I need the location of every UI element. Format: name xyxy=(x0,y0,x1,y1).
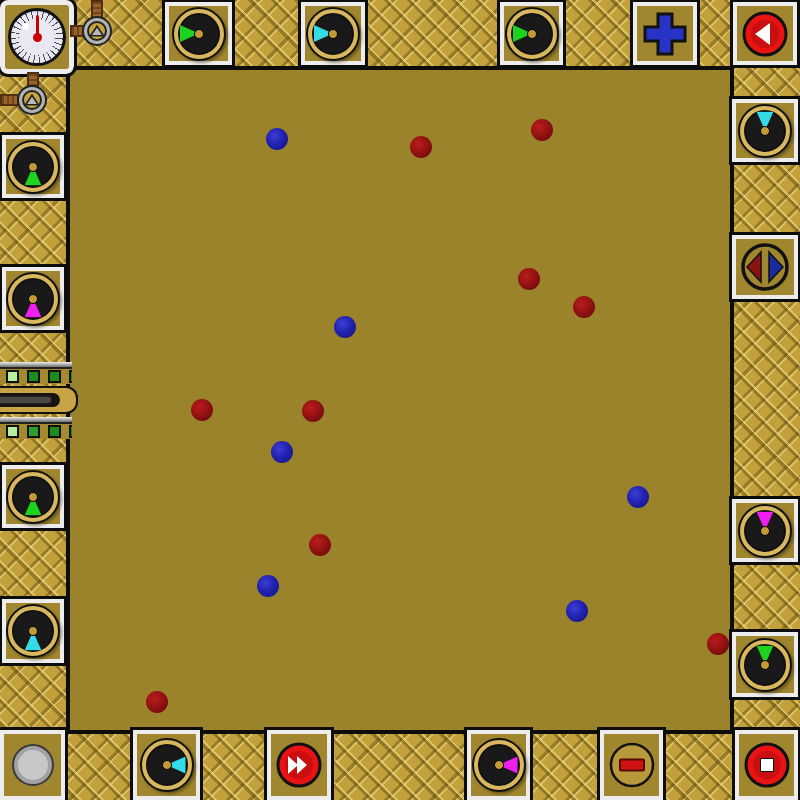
red-ball[interactable] xyxy=(146,691,168,713)
strip-band xyxy=(0,423,72,439)
dial-left-3-panel xyxy=(2,465,64,528)
pressure-gauge-panel xyxy=(0,0,74,74)
lever-rod-handle[interactable] xyxy=(0,396,52,404)
dial-hub xyxy=(328,29,338,39)
dial-top-3-knob[interactable] xyxy=(505,7,559,61)
valve-button-left[interactable] xyxy=(17,85,47,115)
back-button[interactable] xyxy=(741,10,789,58)
red-ball[interactable] xyxy=(302,400,324,422)
dial-hub xyxy=(760,526,770,536)
blue-ball[interactable] xyxy=(334,316,356,338)
indicator-square xyxy=(69,370,72,383)
dial-top-1-knob[interactable] xyxy=(172,7,226,61)
indicator-strip-top xyxy=(0,362,72,384)
dial-right-1-panel xyxy=(732,99,798,162)
minus-button-panel xyxy=(600,730,663,800)
indicator-square xyxy=(48,425,61,438)
blue-ball[interactable] xyxy=(627,486,649,508)
red-ball[interactable] xyxy=(531,119,553,141)
gauge-glint xyxy=(22,23,29,30)
dial-hub xyxy=(760,660,770,670)
left-right-button[interactable] xyxy=(740,242,790,292)
dial-bottom-2-panel xyxy=(467,730,530,800)
dial-hub xyxy=(28,626,38,636)
indicator-square xyxy=(69,425,72,438)
dial-bottom-1-panel xyxy=(133,730,200,800)
dial-left-1-panel xyxy=(2,135,64,198)
play-area xyxy=(66,66,734,734)
machine-frame xyxy=(0,0,800,800)
indicator-square xyxy=(6,370,19,383)
dial-top-1-panel xyxy=(165,2,232,65)
valve-button-top[interactable] xyxy=(82,16,112,46)
dial-right-2-knob[interactable] xyxy=(738,504,792,558)
red-ball[interactable] xyxy=(518,268,540,290)
lever-slider[interactable] xyxy=(0,386,78,414)
back-button-panel xyxy=(733,2,797,65)
red-ball[interactable] xyxy=(573,296,595,318)
dial-bottom-1-knob[interactable] xyxy=(140,738,194,792)
indicator-square xyxy=(27,370,40,383)
triangle-up-icon xyxy=(22,90,42,110)
blue-ball[interactable] xyxy=(257,575,279,597)
fast-forward-button[interactable] xyxy=(275,741,323,789)
blue-ball[interactable] xyxy=(266,128,288,150)
indicator-square xyxy=(27,425,40,438)
blue-ball[interactable] xyxy=(271,441,293,463)
blue-ball[interactable] xyxy=(566,600,588,622)
dial-hub xyxy=(527,29,537,39)
gray-circle-icon xyxy=(10,742,56,788)
left-right-button-panel xyxy=(732,235,798,299)
dial-left-1-knob[interactable] xyxy=(6,140,60,194)
back-triangle-icon xyxy=(741,10,789,58)
dial-hub xyxy=(28,294,38,304)
red-ball[interactable] xyxy=(309,534,331,556)
stop-button-panel xyxy=(735,730,798,800)
dial-top-3-panel xyxy=(500,2,563,65)
dial-bottom-2-knob[interactable] xyxy=(472,738,526,792)
indicator-square xyxy=(48,370,61,383)
dial-top-2-panel xyxy=(301,2,365,65)
fast-forward-button-panel xyxy=(267,730,331,800)
gray-button-panel xyxy=(0,730,65,800)
add-button-panel xyxy=(633,2,697,65)
minus-bar-icon xyxy=(608,741,656,789)
dial-hub xyxy=(194,29,204,39)
dial-right-3-knob[interactable] xyxy=(738,638,792,692)
gauge-hub xyxy=(33,33,42,42)
dial-hub xyxy=(760,126,770,136)
minus-button[interactable] xyxy=(608,741,656,789)
left-right-arrows-icon xyxy=(740,242,790,292)
red-ball[interactable] xyxy=(410,136,432,158)
plus-icon xyxy=(642,11,688,57)
dial-right-3-panel xyxy=(732,632,798,697)
triangle-up-icon xyxy=(87,21,107,41)
dial-right-1-knob[interactable] xyxy=(738,104,792,158)
gray-button[interactable] xyxy=(10,742,56,788)
indicator-square xyxy=(6,425,19,438)
dial-left-4-knob[interactable] xyxy=(6,604,60,658)
dial-left-3-knob[interactable] xyxy=(6,470,60,524)
stop-square-icon xyxy=(743,741,791,789)
dial-left-2-knob[interactable] xyxy=(6,272,60,326)
gauge-dial-icon xyxy=(8,8,66,66)
dial-hub xyxy=(162,760,172,770)
indicator-strip-bottom xyxy=(0,417,72,439)
add-button[interactable] xyxy=(642,11,688,57)
red-ball[interactable] xyxy=(191,399,213,421)
red-ball[interactable] xyxy=(707,633,729,655)
strip-band xyxy=(0,368,72,384)
fast-forward-icon xyxy=(275,741,323,789)
dial-right-2-panel xyxy=(732,499,798,562)
stop-button[interactable] xyxy=(743,741,791,789)
dial-top-2-knob[interactable] xyxy=(306,7,360,61)
dial-left-4-panel xyxy=(2,599,64,663)
dial-left-2-panel xyxy=(2,267,64,330)
dial-hub xyxy=(28,162,38,172)
dial-hub xyxy=(494,760,504,770)
dial-hub xyxy=(28,492,38,502)
